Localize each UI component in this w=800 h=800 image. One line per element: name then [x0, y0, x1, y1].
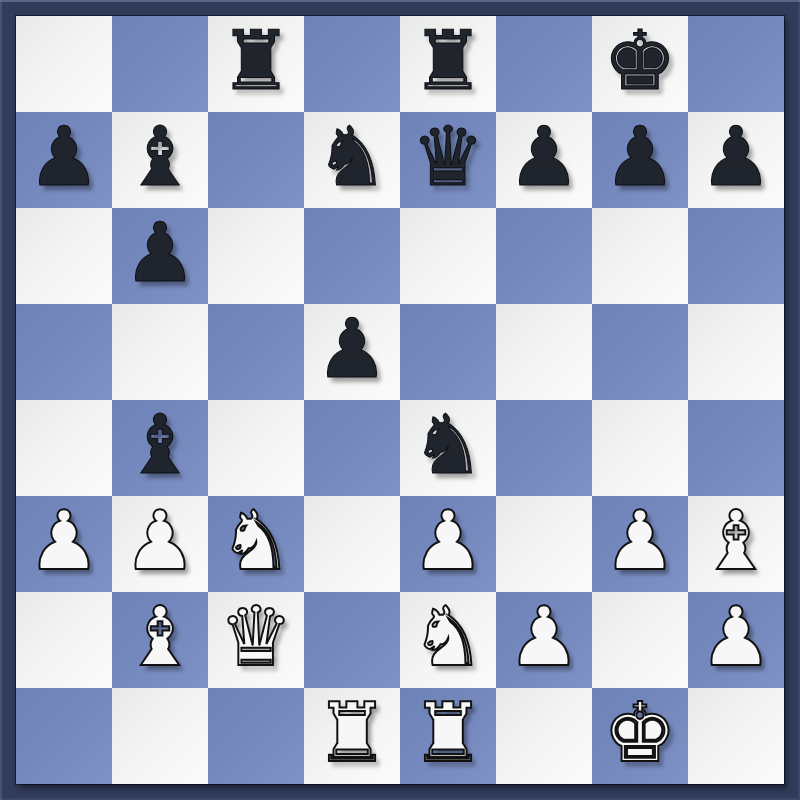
- square-d3[interactable]: [304, 496, 400, 592]
- piece-white-pawn-f2[interactable]: ♟: [507, 589, 581, 685]
- square-c2[interactable]: ♛: [208, 592, 304, 688]
- piece-black-pawn-b6[interactable]: ♟: [123, 205, 197, 301]
- square-f2[interactable]: ♟: [496, 592, 592, 688]
- square-h3[interactable]: ♝: [688, 496, 784, 592]
- square-b5[interactable]: [112, 304, 208, 400]
- piece-white-bishop-h3[interactable]: ♝: [699, 493, 773, 589]
- square-f7[interactable]: ♟: [496, 112, 592, 208]
- square-a8[interactable]: [16, 16, 112, 112]
- square-d4[interactable]: [304, 400, 400, 496]
- square-a3[interactable]: ♟: [16, 496, 112, 592]
- piece-white-rook-e1[interactable]: ♜: [411, 685, 485, 781]
- piece-black-king-g8[interactable]: ♚: [603, 13, 677, 109]
- square-h8[interactable]: [688, 16, 784, 112]
- piece-black-pawn-f7[interactable]: ♟: [507, 109, 581, 205]
- square-h4[interactable]: [688, 400, 784, 496]
- piece-white-king-g1[interactable]: ♚: [603, 685, 677, 781]
- piece-white-pawn-h2[interactable]: ♟: [699, 589, 773, 685]
- piece-white-knight-e2[interactable]: ♞: [411, 589, 485, 685]
- board-frame: ♜♜♚♟♝♞♛♟♟♟♟♟♝♞♟♟♞♟♟♝♝♛♞♟♟♜♜♚: [0, 0, 800, 800]
- square-d6[interactable]: [304, 208, 400, 304]
- square-f6[interactable]: [496, 208, 592, 304]
- square-d5[interactable]: ♟: [304, 304, 400, 400]
- square-f5[interactable]: [496, 304, 592, 400]
- piece-black-pawn-d5[interactable]: ♟: [315, 301, 389, 397]
- square-f3[interactable]: [496, 496, 592, 592]
- square-b8[interactable]: [112, 16, 208, 112]
- square-a5[interactable]: [16, 304, 112, 400]
- piece-black-queen-e7[interactable]: ♛: [411, 109, 485, 205]
- piece-black-knight-d7[interactable]: ♞: [315, 109, 389, 205]
- square-a1[interactable]: [16, 688, 112, 784]
- square-e8[interactable]: ♜: [400, 16, 496, 112]
- square-c1[interactable]: [208, 688, 304, 784]
- square-c3[interactable]: ♞: [208, 496, 304, 592]
- square-b3[interactable]: ♟: [112, 496, 208, 592]
- square-g8[interactable]: ♚: [592, 16, 688, 112]
- piece-white-knight-c3[interactable]: ♞: [219, 493, 293, 589]
- piece-black-pawn-a7[interactable]: ♟: [27, 109, 101, 205]
- square-g5[interactable]: [592, 304, 688, 400]
- square-c5[interactable]: [208, 304, 304, 400]
- square-d1[interactable]: ♜: [304, 688, 400, 784]
- square-f1[interactable]: [496, 688, 592, 784]
- square-e1[interactable]: ♜: [400, 688, 496, 784]
- piece-white-pawn-b3[interactable]: ♟: [123, 493, 197, 589]
- square-b7[interactable]: ♝: [112, 112, 208, 208]
- piece-black-bishop-b4[interactable]: ♝: [123, 397, 197, 493]
- piece-white-pawn-e3[interactable]: ♟: [411, 493, 485, 589]
- square-e7[interactable]: ♛: [400, 112, 496, 208]
- square-b4[interactable]: ♝: [112, 400, 208, 496]
- piece-black-bishop-b7[interactable]: ♝: [123, 109, 197, 205]
- square-b6[interactable]: ♟: [112, 208, 208, 304]
- square-g1[interactable]: ♚: [592, 688, 688, 784]
- square-h1[interactable]: [688, 688, 784, 784]
- square-c4[interactable]: [208, 400, 304, 496]
- square-b1[interactable]: [112, 688, 208, 784]
- square-g3[interactable]: ♟: [592, 496, 688, 592]
- square-g7[interactable]: ♟: [592, 112, 688, 208]
- square-e4[interactable]: ♞: [400, 400, 496, 496]
- square-a2[interactable]: [16, 592, 112, 688]
- piece-black-rook-c8[interactable]: ♜: [219, 13, 293, 109]
- piece-black-rook-e8[interactable]: ♜: [411, 13, 485, 109]
- square-d2[interactable]: [304, 592, 400, 688]
- square-g4[interactable]: [592, 400, 688, 496]
- square-f8[interactable]: [496, 16, 592, 112]
- square-a6[interactable]: [16, 208, 112, 304]
- chess-board: ♜♜♚♟♝♞♛♟♟♟♟♟♝♞♟♟♞♟♟♝♝♛♞♟♟♜♜♚: [16, 16, 784, 784]
- square-f4[interactable]: [496, 400, 592, 496]
- square-h5[interactable]: [688, 304, 784, 400]
- piece-white-queen-c2[interactable]: ♛: [219, 589, 293, 685]
- square-h7[interactable]: ♟: [688, 112, 784, 208]
- square-h6[interactable]: [688, 208, 784, 304]
- square-g2[interactable]: [592, 592, 688, 688]
- square-a7[interactable]: ♟: [16, 112, 112, 208]
- square-d8[interactable]: [304, 16, 400, 112]
- square-b2[interactable]: ♝: [112, 592, 208, 688]
- piece-white-bishop-b2[interactable]: ♝: [123, 589, 197, 685]
- square-c7[interactable]: [208, 112, 304, 208]
- square-d7[interactable]: ♞: [304, 112, 400, 208]
- square-g6[interactable]: [592, 208, 688, 304]
- piece-black-knight-e4[interactable]: ♞: [411, 397, 485, 493]
- square-e5[interactable]: [400, 304, 496, 400]
- square-c6[interactable]: [208, 208, 304, 304]
- square-c8[interactable]: ♜: [208, 16, 304, 112]
- square-e3[interactable]: ♟: [400, 496, 496, 592]
- square-h2[interactable]: ♟: [688, 592, 784, 688]
- piece-white-rook-d1[interactable]: ♜: [315, 685, 389, 781]
- square-e2[interactable]: ♞: [400, 592, 496, 688]
- piece-black-pawn-h7[interactable]: ♟: [699, 109, 773, 205]
- piece-white-pawn-g3[interactable]: ♟: [603, 493, 677, 589]
- piece-black-pawn-g7[interactable]: ♟: [603, 109, 677, 205]
- square-e6[interactable]: [400, 208, 496, 304]
- square-a4[interactable]: [16, 400, 112, 496]
- piece-white-pawn-a3[interactable]: ♟: [27, 493, 101, 589]
